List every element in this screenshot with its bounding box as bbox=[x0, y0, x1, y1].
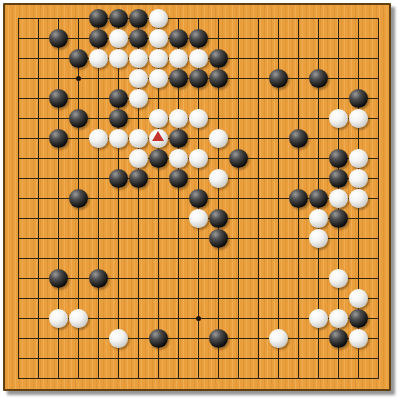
grid-line-vertical bbox=[258, 18, 259, 379]
stone-white[interactable] bbox=[149, 29, 168, 48]
stone-black[interactable] bbox=[109, 9, 128, 28]
stone-black[interactable] bbox=[69, 109, 88, 128]
stone-black[interactable] bbox=[329, 209, 348, 228]
stone-black[interactable] bbox=[329, 329, 348, 348]
stone-black[interactable] bbox=[149, 329, 168, 348]
stone-black[interactable] bbox=[129, 29, 148, 48]
stone-white[interactable] bbox=[189, 109, 208, 128]
stone-black[interactable] bbox=[89, 29, 108, 48]
stone-black[interactable] bbox=[49, 269, 68, 288]
stone-black[interactable] bbox=[49, 89, 68, 108]
stone-white[interactable] bbox=[129, 149, 148, 168]
stone-white[interactable] bbox=[129, 89, 148, 108]
stone-black[interactable] bbox=[269, 69, 288, 88]
star-point bbox=[76, 76, 81, 81]
page-background bbox=[0, 0, 400, 400]
stone-white[interactable] bbox=[49, 309, 68, 328]
stone-black[interactable] bbox=[209, 69, 228, 88]
stone-white[interactable] bbox=[209, 169, 228, 188]
stone-white[interactable] bbox=[149, 109, 168, 128]
stone-white[interactable] bbox=[329, 189, 348, 208]
stone-black[interactable] bbox=[329, 149, 348, 168]
stone-white[interactable] bbox=[129, 49, 148, 68]
stone-black[interactable] bbox=[329, 169, 348, 188]
stone-white[interactable] bbox=[149, 9, 168, 28]
stone-white[interactable] bbox=[189, 149, 208, 168]
stone-black[interactable] bbox=[189, 29, 208, 48]
stone-black[interactable] bbox=[49, 129, 68, 148]
stone-white[interactable] bbox=[89, 49, 108, 68]
grid-line-horizontal bbox=[18, 378, 379, 379]
stone-white[interactable] bbox=[309, 309, 328, 328]
stone-black[interactable] bbox=[69, 49, 88, 68]
grid-line-vertical bbox=[378, 18, 379, 379]
stone-black[interactable] bbox=[169, 29, 188, 48]
grid-line-vertical bbox=[238, 18, 239, 379]
stone-black[interactable] bbox=[169, 129, 188, 148]
stone-white[interactable] bbox=[349, 329, 368, 348]
stone-black[interactable] bbox=[89, 9, 108, 28]
stone-white[interactable] bbox=[109, 329, 128, 348]
triangle-marker-icon bbox=[152, 131, 164, 141]
stone-black[interactable] bbox=[229, 149, 248, 168]
stone-black[interactable] bbox=[149, 149, 168, 168]
stone-white[interactable] bbox=[349, 189, 368, 208]
stone-black[interactable] bbox=[69, 189, 88, 208]
stone-black[interactable] bbox=[289, 189, 308, 208]
stone-white[interactable] bbox=[109, 29, 128, 48]
stone-black[interactable] bbox=[169, 169, 188, 188]
stone-black[interactable] bbox=[109, 109, 128, 128]
stone-black[interactable] bbox=[189, 69, 208, 88]
stone-black[interactable] bbox=[309, 69, 328, 88]
stone-white[interactable] bbox=[189, 49, 208, 68]
stone-black[interactable] bbox=[189, 189, 208, 208]
stone-white[interactable] bbox=[169, 109, 188, 128]
stone-black[interactable] bbox=[169, 69, 188, 88]
stone-black[interactable] bbox=[49, 29, 68, 48]
stone-black[interactable] bbox=[209, 329, 228, 348]
grid-line-horizontal bbox=[18, 338, 379, 339]
stone-white[interactable] bbox=[349, 289, 368, 308]
stone-white[interactable] bbox=[129, 69, 148, 88]
stone-black[interactable] bbox=[289, 129, 308, 148]
stone-white[interactable] bbox=[149, 69, 168, 88]
stone-white[interactable] bbox=[169, 49, 188, 68]
stone-white[interactable] bbox=[329, 109, 348, 128]
stone-white[interactable] bbox=[169, 149, 188, 168]
stone-white[interactable] bbox=[209, 129, 228, 148]
grid-line-horizontal bbox=[18, 298, 379, 299]
stone-black[interactable] bbox=[309, 189, 328, 208]
stone-white[interactable] bbox=[309, 209, 328, 228]
grid-line-horizontal bbox=[18, 278, 379, 279]
grid-line-horizontal bbox=[18, 358, 379, 359]
stone-black[interactable] bbox=[349, 309, 368, 328]
stone-black[interactable] bbox=[209, 229, 228, 248]
stone-white[interactable] bbox=[129, 129, 148, 148]
stone-black[interactable] bbox=[349, 89, 368, 108]
stone-white[interactable] bbox=[189, 209, 208, 228]
stone-black[interactable] bbox=[129, 169, 148, 188]
stone-black[interactable] bbox=[129, 9, 148, 28]
stone-black[interactable] bbox=[109, 169, 128, 188]
stone-white[interactable] bbox=[329, 269, 348, 288]
stone-black[interactable] bbox=[89, 269, 108, 288]
stone-white[interactable] bbox=[309, 229, 328, 248]
stone-black[interactable] bbox=[209, 49, 228, 68]
stone-white[interactable] bbox=[349, 169, 368, 188]
stone-black[interactable] bbox=[109, 89, 128, 108]
stone-white[interactable] bbox=[109, 129, 128, 148]
go-board[interactable] bbox=[3, 3, 391, 391]
stone-white[interactable] bbox=[349, 109, 368, 128]
stone-white[interactable] bbox=[329, 309, 348, 328]
stone-white[interactable] bbox=[89, 129, 108, 148]
stone-white[interactable] bbox=[269, 329, 288, 348]
stone-black[interactable] bbox=[209, 209, 228, 228]
stone-white[interactable] bbox=[349, 149, 368, 168]
stone-white[interactable] bbox=[69, 309, 88, 328]
star-point bbox=[196, 316, 201, 321]
stone-white[interactable] bbox=[109, 49, 128, 68]
grid-line-horizontal bbox=[18, 258, 379, 259]
stone-white[interactable] bbox=[149, 49, 168, 68]
